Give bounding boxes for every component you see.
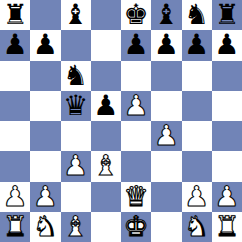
white-rook-piece[interactable]: ♜ xyxy=(214,213,239,241)
black-bishop-piece[interactable]: ♝ xyxy=(63,1,88,29)
square-f6[interactable] xyxy=(151,61,181,91)
square-c4[interactable] xyxy=(61,121,91,151)
white-pawn-piece[interactable]: ♟ xyxy=(3,183,28,211)
white-king-piece[interactable]: ♚ xyxy=(124,213,149,241)
square-b5[interactable] xyxy=(30,91,60,121)
white-rook-piece[interactable]: ♜ xyxy=(3,213,28,241)
square-a4[interactable] xyxy=(0,121,30,151)
black-queen-piece[interactable]: ♛ xyxy=(63,92,88,120)
square-b8[interactable] xyxy=(30,0,60,30)
square-e2[interactable]: ♛ xyxy=(121,182,151,212)
square-d3[interactable]: ♝ xyxy=(91,151,121,181)
square-e7[interactable]: ♟ xyxy=(121,30,151,60)
white-pawn-piece[interactable]: ♟ xyxy=(33,183,58,211)
square-g3[interactable] xyxy=(182,151,212,181)
square-f5[interactable] xyxy=(151,91,181,121)
square-d4[interactable] xyxy=(91,121,121,151)
square-g4[interactable] xyxy=(182,121,212,151)
square-c8[interactable]: ♝ xyxy=(61,0,91,30)
square-a7[interactable]: ♟ xyxy=(0,30,30,60)
black-pawn-piece[interactable]: ♟ xyxy=(184,31,209,59)
square-a5[interactable] xyxy=(0,91,30,121)
square-e8[interactable]: ♚ xyxy=(121,0,151,30)
square-b3[interactable] xyxy=(30,151,60,181)
white-bishop-piece[interactable]: ♝ xyxy=(63,213,88,241)
square-g6[interactable] xyxy=(182,61,212,91)
white-pawn-piece[interactable]: ♟ xyxy=(214,183,239,211)
black-pawn-piece[interactable]: ♟ xyxy=(124,31,149,59)
black-pawn-piece[interactable]: ♟ xyxy=(93,92,118,120)
square-g1[interactable]: ♞ xyxy=(182,212,212,242)
black-pawn-piece[interactable]: ♟ xyxy=(3,31,28,59)
white-bishop-piece[interactable]: ♝ xyxy=(93,152,118,180)
square-a6[interactable] xyxy=(0,61,30,91)
square-b7[interactable]: ♟ xyxy=(30,30,60,60)
square-e4[interactable] xyxy=(121,121,151,151)
square-h1[interactable]: ♜ xyxy=(212,212,242,242)
square-f7[interactable]: ♟ xyxy=(151,30,181,60)
square-a8[interactable]: ♜ xyxy=(0,0,30,30)
square-e3[interactable] xyxy=(121,151,151,181)
square-d8[interactable] xyxy=(91,0,121,30)
square-h2[interactable]: ♟ xyxy=(212,182,242,212)
white-pawn-piece[interactable]: ♟ xyxy=(154,122,179,150)
square-f2[interactable] xyxy=(151,182,181,212)
square-h4[interactable] xyxy=(212,121,242,151)
black-pawn-piece[interactable]: ♟ xyxy=(214,31,239,59)
white-queen-piece[interactable]: ♛ xyxy=(124,183,149,211)
white-knight-piece[interactable]: ♞ xyxy=(184,213,209,241)
black-pawn-piece[interactable]: ♟ xyxy=(33,31,58,59)
square-e5[interactable]: ♟ xyxy=(121,91,151,121)
square-f8[interactable]: ♝ xyxy=(151,0,181,30)
black-rook-piece[interactable]: ♜ xyxy=(214,1,239,29)
white-knight-piece[interactable]: ♞ xyxy=(33,213,58,241)
black-king-piece[interactable]: ♚ xyxy=(124,1,149,29)
black-knight-piece[interactable]: ♞ xyxy=(184,1,209,29)
square-e1[interactable]: ♚ xyxy=(121,212,151,242)
square-c5[interactable]: ♛ xyxy=(61,91,91,121)
square-c7[interactable] xyxy=(61,30,91,60)
square-c3[interactable]: ♟ xyxy=(61,151,91,181)
square-f3[interactable] xyxy=(151,151,181,181)
square-g5[interactable] xyxy=(182,91,212,121)
square-f1[interactable] xyxy=(151,212,181,242)
square-d1[interactable] xyxy=(91,212,121,242)
square-g8[interactable]: ♞ xyxy=(182,0,212,30)
square-b6[interactable] xyxy=(30,61,60,91)
square-d5[interactable]: ♟ xyxy=(91,91,121,121)
square-h8[interactable]: ♜ xyxy=(212,0,242,30)
square-c1[interactable]: ♝ xyxy=(61,212,91,242)
square-h7[interactable]: ♟ xyxy=(212,30,242,60)
black-pawn-piece[interactable]: ♟ xyxy=(154,31,179,59)
square-e6[interactable] xyxy=(121,61,151,91)
square-d7[interactable] xyxy=(91,30,121,60)
square-b4[interactable] xyxy=(30,121,60,151)
square-f4[interactable]: ♟ xyxy=(151,121,181,151)
square-d6[interactable] xyxy=(91,61,121,91)
square-a2[interactable]: ♟ xyxy=(0,182,30,212)
chess-board: ♜♝♚♝♞♜♟♟♟♟♟♟♞♛♟♟♟♟♝♟♟♛♟♟♜♞♝♚♞♜ xyxy=(0,0,242,242)
black-rook-piece[interactable]: ♜ xyxy=(3,1,28,29)
square-c2[interactable] xyxy=(61,182,91,212)
square-a1[interactable]: ♜ xyxy=(0,212,30,242)
square-h3[interactable] xyxy=(212,151,242,181)
white-pawn-piece[interactable]: ♟ xyxy=(184,183,209,211)
black-bishop-piece[interactable]: ♝ xyxy=(154,1,179,29)
square-h6[interactable] xyxy=(212,61,242,91)
white-pawn-piece[interactable]: ♟ xyxy=(63,152,88,180)
square-h5[interactable] xyxy=(212,91,242,121)
white-pawn-piece[interactable]: ♟ xyxy=(124,92,149,120)
square-b2[interactable]: ♟ xyxy=(30,182,60,212)
square-g2[interactable]: ♟ xyxy=(182,182,212,212)
square-d2[interactable] xyxy=(91,182,121,212)
black-knight-piece[interactable]: ♞ xyxy=(63,62,88,90)
square-b1[interactable]: ♞ xyxy=(30,212,60,242)
square-a3[interactable] xyxy=(0,151,30,181)
square-g7[interactable]: ♟ xyxy=(182,30,212,60)
square-c6[interactable]: ♞ xyxy=(61,61,91,91)
